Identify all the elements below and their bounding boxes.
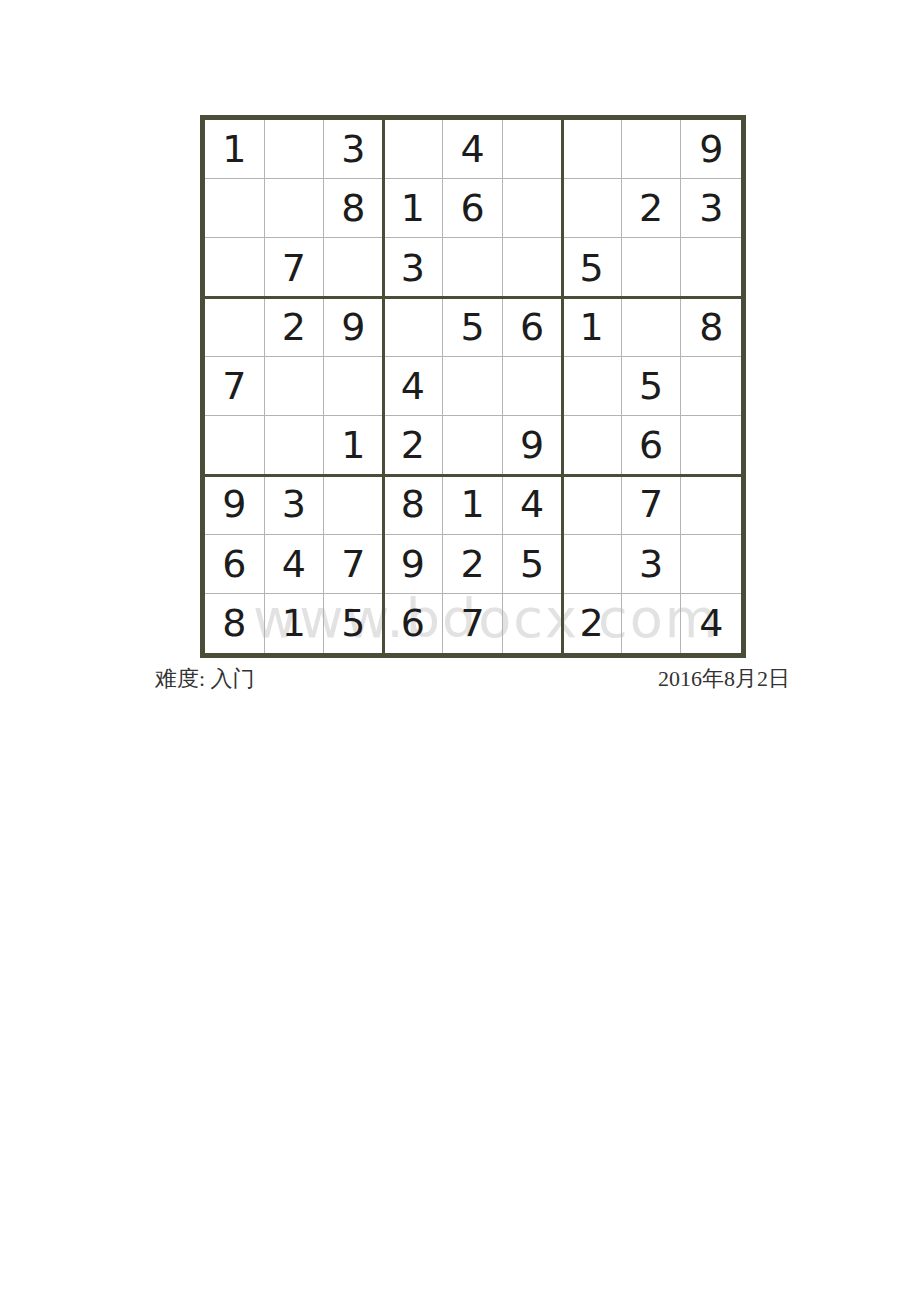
sudoku-cell[interactable]: 7 xyxy=(324,535,384,594)
sudoku-cell[interactable]: 9 xyxy=(681,120,741,179)
sudoku-cell[interactable]: 1 xyxy=(562,298,622,357)
sudoku-cell[interactable]: 7 xyxy=(265,238,325,297)
sudoku-cell[interactable]: 5 xyxy=(443,298,503,357)
sudoku-cell[interactable] xyxy=(205,416,265,475)
sudoku-cell[interactable]: 6 xyxy=(503,298,563,357)
sudoku-cell[interactable]: 4 xyxy=(265,535,325,594)
sudoku-cell[interactable] xyxy=(384,120,444,179)
sudoku-cell[interactable] xyxy=(443,357,503,416)
sudoku-cell[interactable] xyxy=(622,298,682,357)
sudoku-cell[interactable]: 6 xyxy=(384,594,444,653)
sudoku-cell[interactable]: 6 xyxy=(205,535,265,594)
sudoku-cell[interactable]: 5 xyxy=(324,594,384,653)
sudoku-cell[interactable]: 7 xyxy=(205,357,265,416)
sudoku-cell[interactable] xyxy=(205,238,265,297)
sudoku-cell[interactable]: 5 xyxy=(622,357,682,416)
sudoku-cell[interactable] xyxy=(503,120,563,179)
sudoku-cell[interactable] xyxy=(622,594,682,653)
sudoku-cell[interactable]: 7 xyxy=(443,594,503,653)
sudoku-cell[interactable]: 8 xyxy=(324,179,384,238)
sudoku-cell[interactable]: 1 xyxy=(443,475,503,534)
sudoku-cell[interactable] xyxy=(205,298,265,357)
sudoku-cell[interactable] xyxy=(265,416,325,475)
sudoku-cell[interactable] xyxy=(622,238,682,297)
sudoku-cell[interactable] xyxy=(503,357,563,416)
sudoku-cell[interactable]: 1 xyxy=(205,120,265,179)
sudoku-cell[interactable] xyxy=(681,535,741,594)
sudoku-cell[interactable] xyxy=(265,120,325,179)
sudoku-cell[interactable] xyxy=(562,416,622,475)
sudoku-cell[interactable]: 3 xyxy=(384,238,444,297)
sudoku-cell[interactable] xyxy=(562,475,622,534)
footer: 难度: 入门 2016年8月2日 xyxy=(155,664,790,694)
sudoku-cell[interactable] xyxy=(443,416,503,475)
sudoku-cell[interactable]: 8 xyxy=(681,298,741,357)
sudoku-cell[interactable] xyxy=(681,416,741,475)
sudoku-cell[interactable]: 3 xyxy=(265,475,325,534)
sudoku-cell[interactable]: 3 xyxy=(324,120,384,179)
sudoku-cell[interactable] xyxy=(503,238,563,297)
sudoku-cell[interactable] xyxy=(503,594,563,653)
sudoku-cell[interactable] xyxy=(324,475,384,534)
sudoku-cell[interactable] xyxy=(681,475,741,534)
sudoku-cell[interactable]: 3 xyxy=(622,535,682,594)
sudoku-cell[interactable] xyxy=(562,120,622,179)
sudoku-cell[interactable] xyxy=(562,535,622,594)
difficulty-label: 难度: 入门 xyxy=(155,664,255,694)
sudoku-cell[interactable]: 9 xyxy=(205,475,265,534)
sudoku-board: www.bdocx.com 13498162373529561874512969… xyxy=(200,115,746,658)
sudoku-cell[interactable] xyxy=(324,238,384,297)
sudoku-cell[interactable] xyxy=(324,357,384,416)
sudoku-cell[interactable]: 9 xyxy=(324,298,384,357)
sudoku-cell[interactable] xyxy=(562,179,622,238)
sudoku-cell[interactable] xyxy=(265,179,325,238)
sudoku-cell[interactable]: 1 xyxy=(384,179,444,238)
sudoku-cell[interactable]: 9 xyxy=(384,535,444,594)
sudoku-cell[interactable] xyxy=(562,357,622,416)
sudoku-cell[interactable]: 5 xyxy=(503,535,563,594)
sudoku-cell[interactable]: 4 xyxy=(681,594,741,653)
sudoku-cell[interactable]: 9 xyxy=(503,416,563,475)
sudoku-cell[interactable] xyxy=(503,179,563,238)
sudoku-cell[interactable] xyxy=(681,238,741,297)
sudoku-cell[interactable]: 7 xyxy=(622,475,682,534)
sudoku-cell[interactable] xyxy=(384,298,444,357)
sudoku-cell[interactable]: 2 xyxy=(265,298,325,357)
sudoku-cell[interactable]: 4 xyxy=(503,475,563,534)
sudoku-cell[interactable] xyxy=(622,120,682,179)
sudoku-cell[interactable]: 1 xyxy=(324,416,384,475)
sudoku-cell[interactable]: 8 xyxy=(384,475,444,534)
sudoku-grid: 1349816237352956187451296938147647925381… xyxy=(205,120,741,653)
sudoku-cell[interactable]: 4 xyxy=(443,120,503,179)
sudoku-cell[interactable]: 2 xyxy=(562,594,622,653)
sudoku-cell[interactable] xyxy=(265,357,325,416)
sudoku-cell[interactable]: 1 xyxy=(265,594,325,653)
sudoku-cell[interactable]: 2 xyxy=(443,535,503,594)
sudoku-cell[interactable] xyxy=(205,179,265,238)
sudoku-cell[interactable]: 6 xyxy=(443,179,503,238)
sudoku-cell[interactable]: 8 xyxy=(205,594,265,653)
sudoku-cell[interactable] xyxy=(443,238,503,297)
sudoku-cell[interactable]: 3 xyxy=(681,179,741,238)
sudoku-cell[interactable]: 2 xyxy=(384,416,444,475)
sudoku-cell[interactable] xyxy=(681,357,741,416)
sudoku-cell[interactable]: 6 xyxy=(622,416,682,475)
puzzle-date: 2016年8月2日 xyxy=(658,664,790,694)
sudoku-cell[interactable]: 5 xyxy=(562,238,622,297)
sudoku-cell[interactable]: 2 xyxy=(622,179,682,238)
sudoku-cell[interactable]: 4 xyxy=(384,357,444,416)
